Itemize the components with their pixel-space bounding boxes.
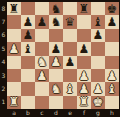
white-pawn-c3[interactable]: ♟ xyxy=(37,69,48,81)
square-a1[interactable]: ♜ xyxy=(7,96,21,109)
square-h7[interactable]: ♟ xyxy=(105,15,119,28)
white-rook-f1[interactable]: ♜ xyxy=(79,96,90,108)
square-c1[interactable] xyxy=(35,96,49,109)
square-g2[interactable]: ♟ xyxy=(91,82,105,95)
square-b1[interactable] xyxy=(21,96,35,109)
square-c4[interactable]: ♞ xyxy=(35,56,49,69)
white-pawn-f3[interactable]: ♟ xyxy=(79,69,90,81)
rank-label-7: 7 xyxy=(0,15,7,28)
square-h6[interactable] xyxy=(105,29,119,42)
square-a6[interactable] xyxy=(7,29,21,42)
square-e1[interactable] xyxy=(63,96,77,109)
rank-label-5: 5 xyxy=(0,42,7,55)
rank-label-1: 1 xyxy=(0,96,7,109)
square-g6[interactable]: ♟ xyxy=(91,29,105,42)
square-g4[interactable] xyxy=(91,56,105,69)
square-b7[interactable]: ♟ xyxy=(21,15,35,28)
square-f8[interactable]: ♜ xyxy=(77,2,91,15)
square-e4[interactable]: ♟ xyxy=(63,56,77,69)
square-f6[interactable] xyxy=(77,29,91,42)
square-a7[interactable] xyxy=(7,15,21,28)
file-labels: abcdefgh xyxy=(7,109,119,117)
white-pawn-f2[interactable]: ♟ xyxy=(79,82,90,94)
black-pawn-b6[interactable]: ♟ xyxy=(23,29,34,41)
square-a8[interactable]: ♜ xyxy=(7,2,21,15)
square-e2[interactable]: ♝ xyxy=(63,82,77,95)
black-bishop-g7[interactable]: ♝ xyxy=(93,16,104,28)
square-b6[interactable]: ♟ xyxy=(21,29,35,42)
white-bishop-e2[interactable]: ♝ xyxy=(65,82,76,94)
square-h3[interactable]: ♟ xyxy=(105,69,119,82)
file-label-d: d xyxy=(49,109,63,117)
white-king-g1[interactable]: ♚ xyxy=(93,96,104,108)
square-d7[interactable]: ♞ xyxy=(49,15,63,28)
rank-label-2: 2 xyxy=(0,82,7,95)
square-c2[interactable] xyxy=(35,82,49,95)
rank-label-4: 4 xyxy=(0,56,7,69)
square-f7[interactable] xyxy=(77,15,91,28)
file-label-h: h xyxy=(105,109,119,117)
black-pawn-c7[interactable]: ♟ xyxy=(37,16,48,28)
chess-board: ♜♞♜♚♟♟♞♛♝♟♟♟♟♝♟♟♞♟♟♟♟♟♞♝♟♟♝♜♜♚ xyxy=(7,2,119,109)
square-e3[interactable] xyxy=(63,69,77,82)
file-label-c: c xyxy=(35,109,49,117)
square-h8[interactable]: ♚ xyxy=(105,2,119,15)
black-pawn-f5[interactable]: ♟ xyxy=(79,42,90,54)
square-c5[interactable] xyxy=(35,42,49,55)
square-b4[interactable] xyxy=(21,56,35,69)
rank-label-3: 3 xyxy=(0,69,7,82)
square-c8[interactable] xyxy=(35,2,49,15)
square-f1[interactable]: ♜ xyxy=(77,96,91,109)
square-c7[interactable]: ♟ xyxy=(35,15,49,28)
square-h5[interactable] xyxy=(105,42,119,55)
white-knight-d2[interactable]: ♞ xyxy=(51,82,62,94)
square-e6[interactable] xyxy=(63,29,77,42)
rank-labels: 87654321 xyxy=(0,2,7,109)
square-g8[interactable] xyxy=(91,2,105,15)
file-label-a: a xyxy=(7,109,21,117)
black-pawn-e4[interactable]: ♟ xyxy=(65,56,76,68)
white-pawn-g2[interactable]: ♟ xyxy=(93,82,104,94)
square-a2[interactable] xyxy=(7,82,21,95)
square-d1[interactable] xyxy=(49,96,63,109)
black-knight-d7[interactable]: ♞ xyxy=(51,16,62,28)
square-b5[interactable]: ♝ xyxy=(21,42,35,55)
square-e7[interactable]: ♛ xyxy=(63,15,77,28)
file-label-f: f xyxy=(77,109,91,117)
white-pawn-a5[interactable]: ♟ xyxy=(9,42,20,54)
black-pawn-h7[interactable]: ♟ xyxy=(107,16,118,28)
white-bishop-h2[interactable]: ♝ xyxy=(107,82,118,94)
square-h4[interactable] xyxy=(105,56,119,69)
file-label-e: e xyxy=(63,109,77,117)
square-h2[interactable]: ♝ xyxy=(105,82,119,95)
square-g3[interactable] xyxy=(91,69,105,82)
square-d6[interactable] xyxy=(49,29,63,42)
square-e5[interactable] xyxy=(63,42,77,55)
square-d4[interactable]: ♟ xyxy=(49,56,63,69)
square-f3[interactable]: ♟ xyxy=(77,69,91,82)
square-b8[interactable] xyxy=(21,2,35,15)
square-b2[interactable] xyxy=(21,82,35,95)
square-g5[interactable] xyxy=(91,42,105,55)
file-label-g: g xyxy=(91,109,105,117)
black-rook-a8[interactable]: ♜ xyxy=(9,2,20,14)
white-rook-a1[interactable]: ♜ xyxy=(9,96,20,108)
chess-board-screenshot: 87654321 ♜♞♜♚♟♟♞♛♝♟♟♟♟♝♟♟♞♟♟♟♟♟♞♝♟♟♝♜♜♚ … xyxy=(0,0,120,117)
square-e8[interactable] xyxy=(63,2,77,15)
black-pawn-b7[interactable]: ♟ xyxy=(23,16,34,28)
square-a5[interactable]: ♟ xyxy=(7,42,21,55)
black-king-h8[interactable]: ♚ xyxy=(107,2,118,14)
white-knight-c4[interactable]: ♞ xyxy=(37,56,48,68)
black-pawn-g6[interactable]: ♟ xyxy=(93,29,104,41)
square-d3[interactable] xyxy=(49,69,63,82)
rank-label-8: 8 xyxy=(0,2,7,15)
square-f4[interactable] xyxy=(77,56,91,69)
white-pawn-d4[interactable]: ♟ xyxy=(51,56,62,68)
black-rook-f8[interactable]: ♜ xyxy=(79,2,90,14)
black-pawn-d5[interactable]: ♟ xyxy=(51,42,62,54)
square-a4[interactable] xyxy=(7,56,21,69)
black-bishop-b5[interactable]: ♝ xyxy=(23,42,34,54)
square-f5[interactable]: ♟ xyxy=(77,42,91,55)
black-queen-e7[interactable]: ♛ xyxy=(65,16,76,28)
square-f2[interactable]: ♟ xyxy=(77,82,91,95)
rank-label-6: 6 xyxy=(0,29,7,42)
file-label-b: b xyxy=(21,109,35,117)
square-d5[interactable]: ♟ xyxy=(49,42,63,55)
square-g1[interactable]: ♚ xyxy=(91,96,105,109)
square-c3[interactable]: ♟ xyxy=(35,69,49,82)
square-d8[interactable]: ♞ xyxy=(49,2,63,15)
white-pawn-h3[interactable]: ♟ xyxy=(107,69,118,81)
black-knight-d8[interactable]: ♞ xyxy=(51,2,62,14)
square-c6[interactable] xyxy=(35,29,49,42)
square-g7[interactable]: ♝ xyxy=(91,15,105,28)
square-b3[interactable] xyxy=(21,69,35,82)
square-d2[interactable]: ♞ xyxy=(49,82,63,95)
square-h1[interactable] xyxy=(105,96,119,109)
square-a3[interactable] xyxy=(7,69,21,82)
